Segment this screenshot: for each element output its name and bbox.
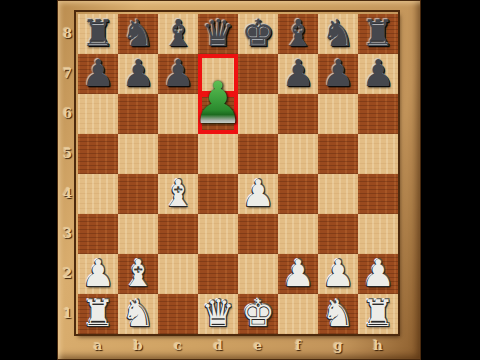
square-c2[interactable] [158, 254, 198, 294]
piece-white-knight-g1[interactable]: ♞ [318, 294, 358, 334]
square-e1[interactable]: ♚ [238, 294, 278, 334]
square-h7[interactable]: ♟ [358, 54, 398, 94]
file-label-d: d [198, 336, 238, 356]
square-a7[interactable]: ♟ [78, 54, 118, 94]
square-f1[interactable] [278, 294, 318, 334]
piece-black-pawn-c7[interactable]: ♟ [158, 54, 198, 94]
square-f8[interactable]: ♝ [278, 14, 318, 54]
rank-label-3: 3 [57, 214, 78, 254]
file-label-a: a [78, 336, 118, 356]
file-label-e: e [238, 336, 278, 356]
square-b3[interactable] [118, 214, 158, 254]
rank-label-6: 6 [57, 94, 78, 134]
square-h6[interactable] [358, 94, 398, 134]
letterbox-left [0, 0, 57, 360]
game-window: ♜♞♝♛♚♝♞♜♟♟♟♟♟♟♝♟♟♝♟♟♟♜♞♛♚♞♜♟ 87654321abc… [0, 0, 480, 360]
square-f4[interactable] [278, 174, 318, 214]
piece-white-rook-h1[interactable]: ♜ [358, 294, 398, 334]
file-label-b: b [118, 336, 158, 356]
piece-white-pawn-g2[interactable]: ♟ [318, 254, 358, 294]
piece-black-rook-a8[interactable]: ♜ [78, 14, 118, 54]
piece-black-pawn-h7[interactable]: ♟ [358, 54, 398, 94]
square-h3[interactable] [358, 214, 398, 254]
square-e4[interactable]: ♟ [238, 174, 278, 214]
square-b5[interactable] [118, 134, 158, 174]
square-e2[interactable] [238, 254, 278, 294]
square-c3[interactable] [158, 214, 198, 254]
chess-board[interactable]: ♜♞♝♛♚♝♞♜♟♟♟♟♟♟♝♟♟♝♟♟♟♜♞♛♚♞♜♟ [78, 14, 398, 334]
piece-black-knight-g8[interactable]: ♞ [318, 14, 358, 54]
square-d4[interactable] [198, 174, 238, 214]
piece-black-bishop-f8[interactable]: ♝ [278, 14, 318, 54]
square-d8[interactable]: ♛ [198, 14, 238, 54]
square-a5[interactable] [78, 134, 118, 174]
file-label-g: g [318, 336, 358, 356]
square-c6[interactable] [158, 94, 198, 134]
square-e7[interactable] [238, 54, 278, 94]
square-f6[interactable] [278, 94, 318, 134]
square-f7[interactable]: ♟ [278, 54, 318, 94]
square-a1[interactable]: ♜ [78, 294, 118, 334]
square-g7[interactable]: ♟ [318, 54, 358, 94]
rank-label-4: 4 [57, 174, 78, 214]
square-g5[interactable] [318, 134, 358, 174]
square-f5[interactable] [278, 134, 318, 174]
square-f2[interactable]: ♟ [278, 254, 318, 294]
square-f3[interactable] [278, 214, 318, 254]
rank-label-1: 1 [57, 294, 78, 334]
square-c5[interactable] [158, 134, 198, 174]
piece-white-pawn-a2[interactable]: ♟ [78, 254, 118, 294]
piece-white-rook-a1[interactable]: ♜ [78, 294, 118, 334]
square-b8[interactable]: ♞ [118, 14, 158, 54]
piece-black-king-e8[interactable]: ♚ [238, 14, 278, 54]
square-a3[interactable] [78, 214, 118, 254]
square-h2[interactable]: ♟ [358, 254, 398, 294]
rank-label-7: 7 [57, 54, 78, 94]
piece-white-bishop-b2[interactable]: ♝ [118, 254, 158, 294]
square-d5[interactable] [198, 134, 238, 174]
square-a2[interactable]: ♟ [78, 254, 118, 294]
piece-black-pawn-f7[interactable]: ♟ [278, 54, 318, 94]
square-d2[interactable] [198, 254, 238, 294]
square-d7[interactable] [198, 54, 238, 94]
square-e3[interactable] [238, 214, 278, 254]
square-e5[interactable] [238, 134, 278, 174]
square-b6[interactable] [118, 94, 158, 134]
square-d3[interactable] [198, 214, 238, 254]
piece-white-pawn-h2[interactable]: ♟ [358, 254, 398, 294]
square-d6[interactable] [198, 94, 238, 134]
square-b2[interactable]: ♝ [118, 254, 158, 294]
square-g8[interactable]: ♞ [318, 14, 358, 54]
piece-white-pawn-e4[interactable]: ♟ [238, 174, 278, 214]
letterbox-right [421, 0, 480, 360]
square-a8[interactable]: ♜ [78, 14, 118, 54]
square-a4[interactable] [78, 174, 118, 214]
square-c7[interactable]: ♟ [158, 54, 198, 94]
square-g4[interactable] [318, 174, 358, 214]
square-h8[interactable]: ♜ [358, 14, 398, 54]
piece-black-bishop-c8[interactable]: ♝ [158, 14, 198, 54]
file-label-c: c [158, 336, 198, 356]
piece-white-knight-b1[interactable]: ♞ [118, 294, 158, 334]
square-b4[interactable] [118, 174, 158, 214]
piece-black-pawn-g7[interactable]: ♟ [318, 54, 358, 94]
square-h5[interactable] [358, 134, 398, 174]
rank-label-8: 8 [57, 14, 78, 54]
piece-black-pawn-a7[interactable]: ♟ [78, 54, 118, 94]
square-c1[interactable] [158, 294, 198, 334]
piece-white-king-e1[interactable]: ♚ [238, 294, 278, 334]
piece-black-pawn-b7[interactable]: ♟ [118, 54, 158, 94]
piece-white-bishop-c4[interactable]: ♝ [158, 174, 198, 214]
square-g3[interactable] [318, 214, 358, 254]
square-g6[interactable] [318, 94, 358, 134]
square-b7[interactable]: ♟ [118, 54, 158, 94]
piece-white-queen-d1[interactable]: ♛ [198, 294, 238, 334]
square-d1[interactable]: ♛ [198, 294, 238, 334]
square-g2[interactable]: ♟ [318, 254, 358, 294]
rank-label-2: 2 [57, 254, 78, 294]
piece-black-knight-b8[interactable]: ♞ [118, 14, 158, 54]
square-e8[interactable]: ♚ [238, 14, 278, 54]
square-b1[interactable]: ♞ [118, 294, 158, 334]
square-h4[interactable] [358, 174, 398, 214]
square-c8[interactable]: ♝ [158, 14, 198, 54]
rank-label-5: 5 [57, 134, 78, 174]
square-e6[interactable] [238, 94, 278, 134]
square-h1[interactable]: ♜ [358, 294, 398, 334]
file-label-h: h [358, 336, 398, 356]
piece-black-rook-h8[interactable]: ♜ [358, 14, 398, 54]
square-g1[interactable]: ♞ [318, 294, 358, 334]
square-c4[interactable]: ♝ [158, 174, 198, 214]
square-a6[interactable] [78, 94, 118, 134]
piece-white-pawn-f2[interactable]: ♟ [278, 254, 318, 294]
file-label-f: f [278, 336, 318, 356]
piece-black-queen-d8[interactable]: ♛ [198, 14, 238, 54]
